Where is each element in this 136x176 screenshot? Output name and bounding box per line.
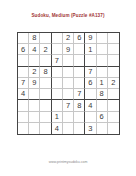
cell-r2c3: 2 bbox=[40, 44, 51, 55]
cell-r8c1 bbox=[18, 112, 29, 123]
cell-r4c8 bbox=[97, 67, 108, 78]
cell-r7c2 bbox=[29, 100, 40, 111]
cell-r7c6: 8 bbox=[74, 100, 85, 111]
cell-r3c3 bbox=[40, 55, 51, 66]
cell-r3c7 bbox=[85, 55, 96, 66]
cell-r4c6 bbox=[74, 67, 85, 78]
cell-r9c9 bbox=[108, 123, 119, 134]
cell-r5c1: 7 bbox=[18, 78, 29, 89]
cell-r4c1 bbox=[18, 67, 29, 78]
cell-r9c8 bbox=[97, 123, 108, 134]
cell-r6c5 bbox=[63, 89, 74, 100]
cell-r7c8 bbox=[97, 100, 108, 111]
cell-r4c3: 8 bbox=[40, 67, 51, 78]
cell-r1c1 bbox=[18, 33, 29, 44]
cell-r9c5 bbox=[63, 123, 74, 134]
cell-r2c1: 6 bbox=[18, 44, 29, 55]
cell-r9c7: 3 bbox=[85, 123, 96, 134]
cell-r5c6 bbox=[74, 78, 85, 89]
cell-r6c6: 7 bbox=[74, 89, 85, 100]
cell-r1c9 bbox=[108, 33, 119, 44]
cell-r6c8: 8 bbox=[97, 89, 108, 100]
cell-r7c3 bbox=[40, 100, 51, 111]
cell-r5c3 bbox=[40, 78, 51, 89]
cell-r1c6: 6 bbox=[74, 33, 85, 44]
cell-r5c2: 9 bbox=[29, 78, 40, 89]
cell-r1c7: 9 bbox=[85, 33, 96, 44]
cell-r3c1 bbox=[18, 55, 29, 66]
cell-r8c2 bbox=[29, 112, 40, 123]
cell-r3c2 bbox=[29, 55, 40, 66]
cell-r8c9 bbox=[108, 112, 119, 123]
cell-r2c5: 9 bbox=[63, 44, 74, 55]
cell-r3c8 bbox=[97, 55, 108, 66]
cell-r1c2: 8 bbox=[29, 33, 40, 44]
cell-r5c5 bbox=[63, 78, 74, 89]
footer-url: www.printmysudoku.com bbox=[0, 160, 136, 164]
cell-r4c9 bbox=[108, 67, 119, 78]
cell-r7c1 bbox=[18, 100, 29, 111]
cell-r8c4: 1 bbox=[52, 112, 63, 123]
cell-r3c4: 7 bbox=[52, 55, 63, 66]
cell-r2c9 bbox=[108, 44, 119, 55]
cell-r1c8 bbox=[97, 33, 108, 44]
cell-r2c8 bbox=[97, 44, 108, 55]
cell-r7c4 bbox=[52, 100, 63, 111]
cell-r2c2: 4 bbox=[29, 44, 40, 55]
cell-r9c4: 4 bbox=[52, 123, 63, 134]
cell-r7c5: 7 bbox=[63, 100, 74, 111]
cell-r8c3 bbox=[40, 112, 51, 123]
cell-r8c5 bbox=[63, 112, 74, 123]
cell-r4c2: 2 bbox=[29, 67, 40, 78]
cell-r4c4 bbox=[52, 67, 63, 78]
cell-r9c6 bbox=[74, 123, 85, 134]
cell-r3c9 bbox=[108, 55, 119, 66]
cell-r5c7: 6 bbox=[85, 78, 96, 89]
cell-r3c6 bbox=[74, 55, 85, 66]
cell-r6c1: 4 bbox=[18, 89, 29, 100]
cell-r2c7: 1 bbox=[85, 44, 96, 55]
cell-r8c6 bbox=[74, 112, 85, 123]
cell-r8c8: 6 bbox=[97, 112, 108, 123]
sudoku-grid: 8269642917287796124787841643 bbox=[17, 32, 120, 135]
cell-r6c4 bbox=[52, 89, 63, 100]
cell-r7c7: 4 bbox=[85, 100, 96, 111]
cell-r6c3 bbox=[40, 89, 51, 100]
cell-r9c1 bbox=[18, 123, 29, 134]
cell-r9c3 bbox=[40, 123, 51, 134]
cell-r6c2 bbox=[29, 89, 40, 100]
cell-r6c7 bbox=[85, 89, 96, 100]
cell-r2c4 bbox=[52, 44, 63, 55]
cell-r7c9 bbox=[108, 100, 119, 111]
cell-r5c8: 1 bbox=[97, 78, 108, 89]
cell-r8c7 bbox=[85, 112, 96, 123]
cell-r4c7: 7 bbox=[85, 67, 96, 78]
cell-r9c2 bbox=[29, 123, 40, 134]
cell-r5c4 bbox=[52, 78, 63, 89]
cell-r5c9: 2 bbox=[108, 78, 119, 89]
cell-r1c4 bbox=[52, 33, 63, 44]
cell-r4c5 bbox=[63, 67, 74, 78]
puzzle-title: Sudoku, Medium (Puzzle #A137) bbox=[0, 13, 136, 19]
cell-r1c5: 2 bbox=[63, 33, 74, 44]
cell-r1c3 bbox=[40, 33, 51, 44]
cell-r2c6 bbox=[74, 44, 85, 55]
page: Sudoku, Medium (Puzzle #A137) 8269642917… bbox=[0, 0, 136, 176]
cell-r3c5 bbox=[63, 55, 74, 66]
cell-r6c9 bbox=[108, 89, 119, 100]
